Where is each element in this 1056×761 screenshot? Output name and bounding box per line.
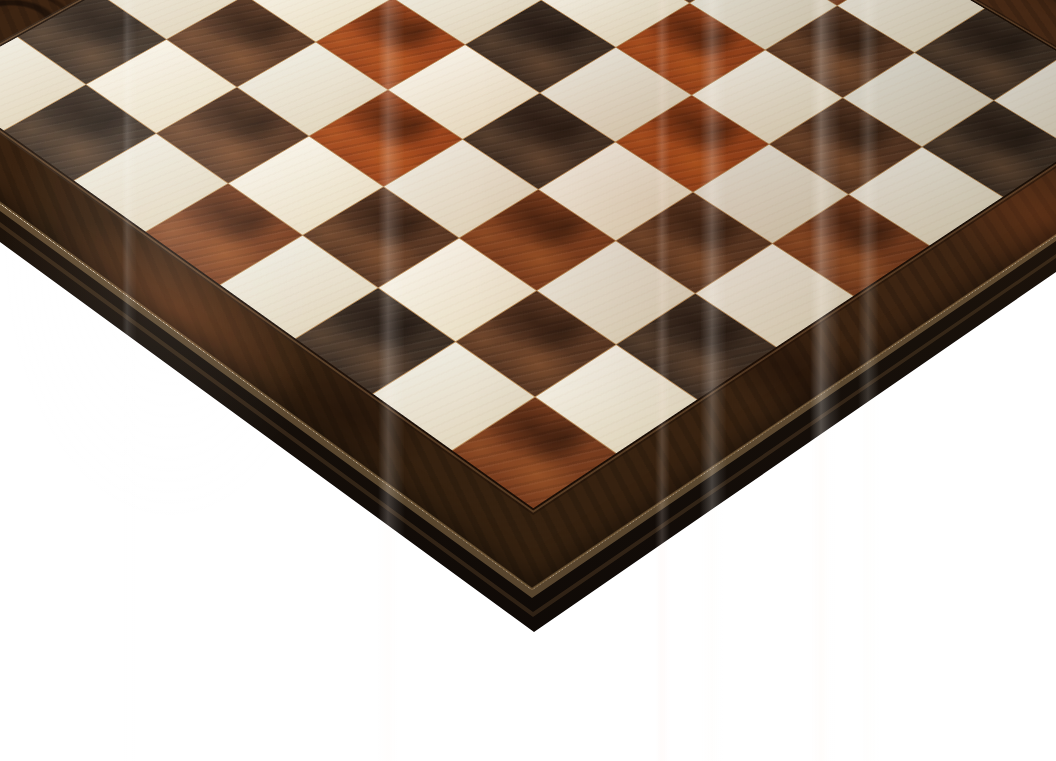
product-photo-stage (0, 0, 1056, 761)
chess-board (0, 0, 1056, 590)
